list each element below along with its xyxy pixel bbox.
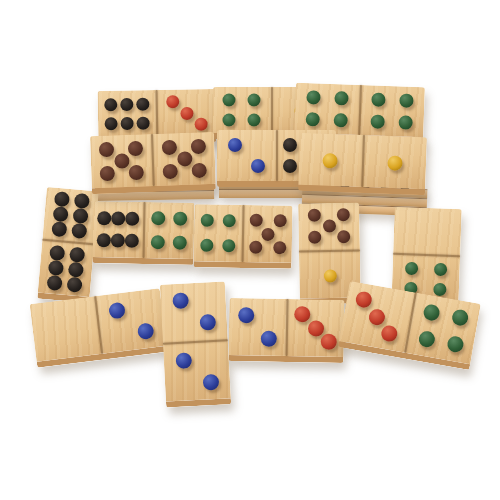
green-peg-pip [151, 235, 165, 249]
half-0-none [393, 207, 462, 255]
black-peg-pip [136, 98, 149, 111]
red-peg-pip [368, 307, 387, 326]
green-peg-pip [417, 330, 436, 349]
green-peg-pip [248, 114, 261, 127]
half-3-red [339, 281, 414, 352]
green-peg-pip [152, 211, 166, 225]
half-5-brown [244, 205, 293, 263]
half-2-blue [229, 298, 286, 356]
black-peg-pip [283, 159, 297, 173]
wooden-dominoes-photo [0, 0, 500, 500]
blue-peg-pip [175, 352, 192, 369]
half-2-blue [96, 288, 167, 353]
black-peg-pip [74, 193, 90, 209]
black-peg-pip [120, 98, 133, 111]
green-peg-pip [451, 308, 470, 327]
yellow-peg-pip [323, 153, 339, 169]
play-domino-2-3 [228, 298, 344, 363]
black-peg-pip [125, 211, 139, 225]
black-peg-pip [97, 233, 111, 247]
red-peg-pip [180, 106, 193, 119]
brown-peg-pip [250, 241, 263, 254]
red-peg-pip [355, 290, 374, 309]
black-peg-pip [97, 211, 111, 225]
black-peg-pip [52, 206, 68, 222]
brown-peg-pip [337, 231, 350, 244]
brown-peg-pip [273, 214, 286, 227]
black-peg-pip [67, 276, 83, 292]
green-peg-pip [248, 93, 261, 106]
play-domino-2-2 [160, 281, 231, 407]
brown-peg-pip [177, 151, 193, 167]
black-peg-pip [121, 117, 134, 130]
green-peg-pip [399, 115, 413, 129]
play-domino-3-4 [338, 281, 481, 370]
stack1-front-domino-5-5 [90, 132, 216, 194]
half-2-blue [217, 130, 276, 181]
green-peg-pip [333, 113, 347, 127]
green-peg-pip [201, 239, 214, 252]
brown-peg-pip [99, 166, 115, 182]
brown-peg-pip [129, 165, 145, 181]
blue-peg-pip [172, 293, 189, 310]
play-domino-6-6 [37, 187, 99, 303]
green-peg-pip [201, 214, 214, 227]
blue-peg-pip [238, 307, 254, 323]
stack3-front-domino-1-1 [298, 133, 427, 195]
brown-peg-pip [250, 213, 263, 226]
black-peg-pip [72, 222, 88, 238]
half-6-black [98, 90, 157, 138]
black-peg-pip [124, 234, 138, 248]
half-2-blue [163, 341, 231, 402]
green-peg-pip [223, 114, 236, 127]
black-peg-pip [110, 234, 124, 248]
half-3-red [287, 299, 344, 357]
brown-peg-pip [273, 241, 286, 254]
green-peg-pip [371, 114, 385, 128]
half-4-green [213, 87, 271, 133]
half-5-brown [90, 134, 153, 188]
yellow-peg-pip [323, 269, 336, 282]
green-peg-pip [306, 90, 320, 104]
green-peg-pip [223, 93, 236, 106]
black-peg-pip [104, 98, 117, 111]
red-peg-pip [380, 325, 399, 344]
blue-peg-pip [136, 322, 154, 340]
green-peg-pip [222, 239, 235, 252]
half-3-red [158, 89, 217, 137]
brown-peg-pip [192, 163, 208, 179]
blue-peg-pip [199, 314, 216, 331]
half-5-brown [298, 202, 360, 250]
black-peg-pip [53, 192, 69, 208]
black-peg-pip [111, 211, 125, 225]
red-peg-pip [308, 320, 324, 336]
green-peg-pip [422, 303, 441, 322]
green-peg-pip [433, 283, 446, 296]
black-peg-pip [283, 138, 297, 152]
green-peg-pip [305, 112, 319, 126]
red-peg-pip [194, 117, 207, 130]
blue-peg-pip [260, 330, 276, 346]
black-peg-pip [49, 245, 65, 261]
green-peg-pip [399, 93, 413, 107]
half-4-green [360, 85, 425, 137]
yellow-peg-pip [387, 155, 403, 171]
green-peg-pip [173, 211, 187, 225]
green-peg-pip [173, 236, 187, 250]
blue-peg-pip [202, 374, 219, 391]
blue-peg-pip [251, 159, 265, 173]
brown-peg-pip [308, 231, 321, 244]
blue-peg-pip [108, 302, 126, 320]
brown-peg-pip [114, 153, 130, 169]
half-5-brown [153, 132, 216, 186]
half-1-yellow [363, 135, 427, 189]
green-peg-pip [446, 335, 465, 354]
brown-peg-pip [99, 141, 115, 157]
black-peg-pip [47, 260, 63, 276]
black-peg-pip [69, 247, 85, 263]
half-0-none [30, 296, 101, 361]
brown-peg-pip [162, 139, 178, 155]
brown-peg-pip [337, 208, 350, 221]
half-6-black [38, 241, 94, 297]
half-4-green [406, 293, 481, 364]
half-4-green [194, 204, 243, 262]
brown-peg-pip [162, 164, 178, 180]
black-peg-pip [73, 208, 89, 224]
green-peg-pip [222, 214, 235, 227]
half-4-green [144, 202, 194, 259]
play-domino-4-5 [193, 204, 292, 269]
brown-peg-pip [128, 140, 144, 156]
half-6-black [93, 201, 143, 258]
green-peg-pip [372, 92, 386, 106]
red-peg-pip [166, 95, 179, 108]
half-4-green [294, 83, 359, 135]
brown-peg-pip [261, 227, 274, 240]
black-peg-pip [51, 221, 67, 237]
half-2-blue [160, 281, 228, 342]
brown-peg-pip [308, 209, 321, 222]
black-peg-pip [68, 262, 84, 278]
black-peg-pip [137, 117, 150, 130]
black-peg-pip [46, 274, 62, 290]
half-6-black [42, 187, 98, 243]
half-1-yellow [298, 133, 362, 187]
red-peg-pip [321, 334, 337, 350]
play-domino-0-2 [30, 288, 168, 367]
green-peg-pip [334, 91, 348, 105]
black-peg-pip [104, 117, 117, 130]
red-peg-pip [294, 306, 310, 322]
play-domino-6-4 [92, 201, 194, 265]
green-peg-pip [434, 263, 447, 276]
brown-peg-pip [191, 138, 207, 154]
brown-peg-pip [322, 220, 335, 233]
green-peg-pip [405, 262, 418, 275]
blue-peg-pip [228, 138, 242, 152]
